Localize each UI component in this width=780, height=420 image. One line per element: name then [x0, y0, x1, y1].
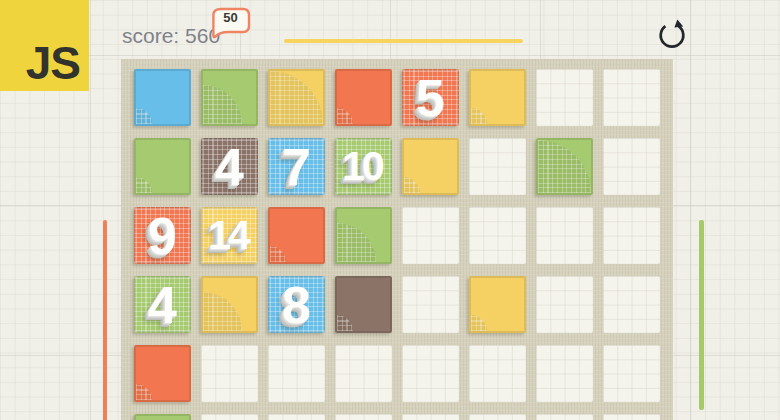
- tile-orange[interactable]: [268, 207, 325, 264]
- empty-cell: [335, 345, 392, 402]
- tile-number: 14: [203, 209, 256, 262]
- tile-orange-5[interactable]: 5: [402, 69, 459, 126]
- tile-brown[interactable]: [335, 276, 392, 333]
- corner-charge-quarter: [136, 384, 152, 400]
- tile-orange[interactable]: [335, 69, 392, 126]
- empty-cell: [268, 414, 325, 420]
- empty-cell: [201, 414, 258, 420]
- corner-charge-quarter: [136, 108, 152, 124]
- bonus-badge-value: 50: [211, 10, 250, 25]
- tile-yellow[interactable]: [469, 276, 526, 333]
- empty-cell: [603, 414, 660, 420]
- tile-orange[interactable]: [134, 345, 191, 402]
- empty-cell: [335, 414, 392, 420]
- corner-charge-quarter: [337, 108, 353, 124]
- corner-charge-quarter: [203, 85, 242, 124]
- tile-green[interactable]: [536, 138, 593, 195]
- js-logo: JS: [0, 0, 89, 91]
- level-progress-bar: [284, 39, 523, 43]
- tile-blue-8[interactable]: 8: [268, 276, 325, 333]
- empty-cell: [469, 207, 526, 264]
- empty-cell: [201, 345, 258, 402]
- tile-number: 9: [136, 209, 189, 262]
- empty-cell: [402, 414, 459, 420]
- empty-cell: [402, 207, 459, 264]
- empty-cell: [268, 345, 325, 402]
- tile-number: 4: [203, 140, 256, 193]
- empty-cell: [603, 345, 660, 402]
- tile-green[interactable]: [134, 138, 191, 195]
- tile-number: 10: [337, 140, 390, 193]
- tile-yellow[interactable]: [201, 276, 258, 333]
- empty-cell: [603, 69, 660, 126]
- empty-cell: [536, 207, 593, 264]
- tile-green[interactable]: [201, 69, 258, 126]
- tile-orange-9[interactable]: 9: [134, 207, 191, 264]
- bonus-badge: 50: [211, 7, 253, 40]
- left-accent-line: [103, 220, 107, 420]
- empty-cell: [402, 345, 459, 402]
- empty-cell: [536, 69, 593, 126]
- tile-green-4[interactable]: 4: [134, 276, 191, 333]
- corner-charge-quarter: [136, 177, 152, 193]
- board-grid: 5471091448: [121, 59, 673, 420]
- tile-yellow[interactable]: [268, 69, 325, 126]
- empty-cell: [536, 276, 593, 333]
- empty-cell: [469, 345, 526, 402]
- tile-blue-7[interactable]: 7: [268, 138, 325, 195]
- restart-icon: [653, 17, 691, 55]
- corner-charge-quarter: [471, 315, 487, 331]
- corner-charge-quarter: [270, 71, 323, 124]
- tile-number: 7: [270, 140, 323, 193]
- restart-button[interactable]: [653, 17, 691, 55]
- tile-yellow[interactable]: [402, 138, 459, 195]
- tile-green[interactable]: [335, 207, 392, 264]
- empty-cell: [603, 138, 660, 195]
- js-logo-text: JS: [26, 36, 80, 90]
- corner-charge-quarter: [337, 223, 376, 262]
- empty-cell: [603, 207, 660, 264]
- corner-charge-quarter: [404, 177, 420, 193]
- tile-number: 5: [404, 71, 457, 124]
- corner-charge-quarter: [538, 140, 591, 193]
- corner-charge-quarter: [203, 292, 242, 331]
- tile-brown-4[interactable]: 4: [201, 138, 258, 195]
- score-display: score: 560: [122, 24, 220, 48]
- empty-cell: [469, 138, 526, 195]
- score-label: score:: [122, 24, 179, 47]
- empty-cell: [536, 345, 593, 402]
- tile-yellow[interactable]: [469, 69, 526, 126]
- tile-yellow-14[interactable]: 14: [201, 207, 258, 264]
- corner-charge-quarter: [471, 108, 487, 124]
- corner-charge-quarter: [337, 315, 353, 331]
- tile-green[interactable]: [134, 414, 191, 420]
- right-accent-line: [699, 220, 704, 410]
- empty-cell: [603, 276, 660, 333]
- tile-number: 4: [136, 278, 189, 331]
- empty-cell: [536, 414, 593, 420]
- empty-cell: [402, 276, 459, 333]
- tile-green-10[interactable]: 10: [335, 138, 392, 195]
- tile-blue[interactable]: [134, 69, 191, 126]
- empty-cell: [469, 414, 526, 420]
- tile-number: 8: [270, 278, 323, 331]
- corner-charge-quarter: [270, 246, 286, 262]
